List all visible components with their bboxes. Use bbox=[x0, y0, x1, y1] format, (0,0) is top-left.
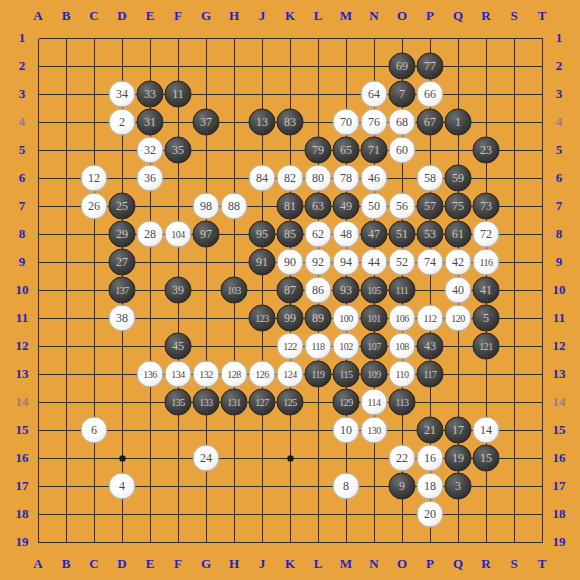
stone-black-77[interactable]: 77 bbox=[417, 53, 444, 80]
stone-white-8[interactable]: 8 bbox=[333, 473, 360, 500]
col-label-top-D: D bbox=[111, 8, 133, 24]
stone-black-71[interactable]: 71 bbox=[361, 137, 388, 164]
stone-white-20[interactable]: 20 bbox=[417, 501, 444, 528]
move-number: 6 bbox=[91, 423, 97, 438]
col-label-top-A: A bbox=[27, 8, 49, 24]
row-label-right-6: 6 bbox=[548, 170, 570, 186]
move-number: 111 bbox=[396, 285, 409, 296]
move-number: 119 bbox=[311, 369, 324, 380]
stone-black-97[interactable]: 97 bbox=[193, 221, 220, 248]
stone-white-136[interactable]: 136 bbox=[137, 361, 164, 388]
stone-black-39[interactable]: 39 bbox=[165, 277, 192, 304]
stone-white-88[interactable]: 88 bbox=[221, 193, 248, 220]
move-number: 69 bbox=[396, 59, 408, 74]
stone-white-72[interactable]: 72 bbox=[473, 221, 500, 248]
stone-black-9[interactable]: 9 bbox=[389, 473, 416, 500]
col-label-top-R: R bbox=[475, 8, 497, 24]
move-number: 28 bbox=[144, 227, 156, 242]
move-number: 114 bbox=[367, 397, 380, 408]
row-label-right-12: 12 bbox=[548, 338, 570, 354]
stone-white-126[interactable]: 126 bbox=[249, 361, 276, 388]
move-number: 95 bbox=[256, 227, 268, 242]
stone-white-44[interactable]: 44 bbox=[361, 249, 388, 276]
move-number: 123 bbox=[255, 313, 269, 324]
row-label-right-13: 13 bbox=[548, 366, 570, 382]
move-number: 5 bbox=[483, 311, 489, 326]
move-number: 25 bbox=[116, 199, 128, 214]
stone-white-64[interactable]: 64 bbox=[361, 81, 388, 108]
col-label-bottom-J: J bbox=[251, 556, 273, 572]
stone-white-76[interactable]: 76 bbox=[361, 109, 388, 136]
move-number: 4 bbox=[119, 479, 125, 494]
stone-white-106[interactable]: 106 bbox=[389, 305, 416, 332]
stone-white-46[interactable]: 46 bbox=[361, 165, 388, 192]
stone-white-84[interactable]: 84 bbox=[249, 165, 276, 192]
move-number: 57 bbox=[424, 199, 436, 214]
move-number: 41 bbox=[480, 283, 492, 298]
row-label-left-9: 9 bbox=[11, 254, 33, 270]
move-number: 82 bbox=[284, 171, 296, 186]
stone-black-19[interactable]: 19 bbox=[445, 445, 472, 472]
stone-black-111[interactable]: 111 bbox=[389, 277, 416, 304]
stone-black-75[interactable]: 75 bbox=[445, 193, 472, 220]
move-number: 77 bbox=[424, 59, 436, 74]
move-number: 127 bbox=[255, 397, 269, 408]
move-number: 65 bbox=[340, 143, 352, 158]
row-label-left-14: 14 bbox=[11, 394, 33, 410]
stone-white-50[interactable]: 50 bbox=[361, 193, 388, 220]
stone-black-57[interactable]: 57 bbox=[417, 193, 444, 220]
move-number: 137 bbox=[115, 285, 129, 296]
stone-black-5[interactable]: 5 bbox=[473, 305, 500, 332]
row-label-left-11: 11 bbox=[11, 310, 33, 326]
move-number: 117 bbox=[423, 369, 436, 380]
move-number: 129 bbox=[339, 397, 353, 408]
stone-white-16[interactable]: 16 bbox=[417, 445, 444, 472]
col-label-top-M: M bbox=[335, 8, 357, 24]
stone-white-102[interactable]: 102 bbox=[333, 333, 360, 360]
move-number: 44 bbox=[368, 255, 380, 270]
stone-black-89[interactable]: 89 bbox=[305, 305, 332, 332]
col-label-top-G: G bbox=[195, 8, 217, 24]
col-label-top-F: F bbox=[167, 8, 189, 24]
stone-white-58[interactable]: 58 bbox=[417, 165, 444, 192]
stone-black-65[interactable]: 65 bbox=[333, 137, 360, 164]
stone-black-59[interactable]: 59 bbox=[445, 165, 472, 192]
stone-white-14[interactable]: 14 bbox=[473, 417, 500, 444]
col-label-bottom-R: R bbox=[475, 556, 497, 572]
row-label-right-15: 15 bbox=[548, 422, 570, 438]
stone-black-13[interactable]: 13 bbox=[249, 109, 276, 136]
stone-white-98[interactable]: 98 bbox=[193, 193, 220, 220]
stone-black-101[interactable]: 101 bbox=[361, 305, 388, 332]
move-number: 38 bbox=[116, 311, 128, 326]
col-label-top-O: O bbox=[391, 8, 413, 24]
move-number: 63 bbox=[312, 199, 324, 214]
move-number: 72 bbox=[480, 227, 492, 242]
stone-white-82[interactable]: 82 bbox=[277, 165, 304, 192]
stone-black-103[interactable]: 103 bbox=[221, 277, 248, 304]
stone-white-116[interactable]: 116 bbox=[473, 249, 500, 276]
move-number: 47 bbox=[368, 227, 380, 242]
stone-black-107[interactable]: 107 bbox=[361, 333, 388, 360]
move-number: 101 bbox=[367, 313, 381, 324]
stone-black-11[interactable]: 11 bbox=[165, 81, 192, 108]
move-number: 73 bbox=[480, 199, 492, 214]
move-number: 16 bbox=[424, 451, 436, 466]
stone-white-2[interactable]: 2 bbox=[109, 109, 136, 136]
col-label-top-P: P bbox=[419, 8, 441, 24]
move-number: 34 bbox=[116, 87, 128, 102]
move-number: 125 bbox=[283, 397, 297, 408]
stone-black-53[interactable]: 53 bbox=[417, 221, 444, 248]
row-label-right-11: 11 bbox=[548, 310, 570, 326]
col-label-bottom-D: D bbox=[111, 556, 133, 572]
stone-black-31[interactable]: 31 bbox=[137, 109, 164, 136]
stone-black-61[interactable]: 61 bbox=[445, 221, 472, 248]
row-label-left-1: 1 bbox=[11, 30, 33, 46]
col-label-top-B: B bbox=[55, 8, 77, 24]
row-label-left-8: 8 bbox=[11, 226, 33, 242]
col-label-top-S: S bbox=[503, 8, 525, 24]
stone-black-47[interactable]: 47 bbox=[361, 221, 388, 248]
stone-white-130[interactable]: 130 bbox=[361, 417, 388, 444]
stone-black-73[interactable]: 73 bbox=[473, 193, 500, 220]
stone-white-56[interactable]: 56 bbox=[389, 193, 416, 220]
stone-black-49[interactable]: 49 bbox=[333, 193, 360, 220]
move-number: 13 bbox=[256, 115, 268, 130]
col-label-bottom-A: A bbox=[27, 556, 49, 572]
move-number: 126 bbox=[255, 369, 269, 380]
move-number: 23 bbox=[480, 143, 492, 158]
move-number: 14 bbox=[480, 423, 492, 438]
move-number: 105 bbox=[367, 285, 381, 296]
stone-black-113[interactable]: 113 bbox=[389, 389, 416, 416]
stone-black-69[interactable]: 69 bbox=[389, 53, 416, 80]
stone-white-4[interactable]: 4 bbox=[109, 473, 136, 500]
col-label-top-N: N bbox=[363, 8, 385, 24]
stone-black-129[interactable]: 129 bbox=[333, 389, 360, 416]
stone-white-28[interactable]: 28 bbox=[137, 221, 164, 248]
stone-white-132[interactable]: 132 bbox=[193, 361, 220, 388]
row-label-right-18: 18 bbox=[548, 506, 570, 522]
move-number: 121 bbox=[479, 341, 493, 352]
stone-white-66[interactable]: 66 bbox=[417, 81, 444, 108]
stone-black-37[interactable]: 37 bbox=[193, 109, 220, 136]
move-number: 36 bbox=[144, 171, 156, 186]
row-label-right-9: 9 bbox=[548, 254, 570, 270]
stone-white-6[interactable]: 6 bbox=[81, 417, 108, 444]
stone-white-38[interactable]: 38 bbox=[109, 305, 136, 332]
move-number: 21 bbox=[424, 423, 436, 438]
stone-black-121[interactable]: 121 bbox=[473, 333, 500, 360]
col-label-top-Q: Q bbox=[447, 8, 469, 24]
col-label-bottom-E: E bbox=[139, 556, 161, 572]
stone-black-29[interactable]: 29 bbox=[109, 221, 136, 248]
move-number: 48 bbox=[340, 227, 352, 242]
move-number: 88 bbox=[228, 199, 240, 214]
stone-white-18[interactable]: 18 bbox=[417, 473, 444, 500]
stone-black-33[interactable]: 33 bbox=[137, 81, 164, 108]
move-number: 124 bbox=[283, 369, 297, 380]
stone-black-79[interactable]: 79 bbox=[305, 137, 332, 164]
move-number: 102 bbox=[339, 341, 353, 352]
move-number: 136 bbox=[143, 369, 157, 380]
stone-black-81[interactable]: 81 bbox=[277, 193, 304, 220]
stone-black-27[interactable]: 27 bbox=[109, 249, 136, 276]
star-point bbox=[119, 455, 125, 461]
stone-white-70[interactable]: 70 bbox=[333, 109, 360, 136]
move-number: 120 bbox=[451, 313, 465, 324]
stone-black-85[interactable]: 85 bbox=[277, 221, 304, 248]
move-number: 85 bbox=[284, 227, 296, 242]
col-label-bottom-T: T bbox=[531, 556, 553, 572]
move-number: 71 bbox=[368, 143, 380, 158]
stone-black-91[interactable]: 91 bbox=[249, 249, 276, 276]
row-label-left-2: 2 bbox=[11, 58, 33, 74]
row-label-left-19: 19 bbox=[11, 534, 33, 550]
row-label-left-13: 13 bbox=[11, 366, 33, 382]
row-label-left-10: 10 bbox=[11, 282, 33, 298]
stone-black-3[interactable]: 3 bbox=[445, 473, 472, 500]
row-label-left-18: 18 bbox=[11, 506, 33, 522]
stone-black-115[interactable]: 115 bbox=[333, 361, 360, 388]
stone-white-40[interactable]: 40 bbox=[445, 277, 472, 304]
col-label-bottom-H: H bbox=[223, 556, 245, 572]
stone-black-93[interactable]: 93 bbox=[333, 277, 360, 304]
stone-white-52[interactable]: 52 bbox=[389, 249, 416, 276]
stone-black-135[interactable]: 135 bbox=[165, 389, 192, 416]
move-number: 86 bbox=[312, 283, 324, 298]
move-number: 45 bbox=[172, 339, 184, 354]
move-number: 134 bbox=[171, 369, 185, 380]
stone-white-104[interactable]: 104 bbox=[165, 221, 192, 248]
move-number: 61 bbox=[452, 227, 464, 242]
move-number: 18 bbox=[424, 479, 436, 494]
move-number: 128 bbox=[227, 369, 241, 380]
stone-black-15[interactable]: 15 bbox=[473, 445, 500, 472]
move-number: 1 bbox=[455, 115, 461, 130]
stone-black-99[interactable]: 99 bbox=[277, 305, 304, 332]
move-number: 9 bbox=[399, 479, 405, 494]
stone-black-7[interactable]: 7 bbox=[389, 81, 416, 108]
move-number: 66 bbox=[424, 87, 436, 102]
row-label-left-12: 12 bbox=[11, 338, 33, 354]
stone-black-25[interactable]: 25 bbox=[109, 193, 136, 220]
move-number: 17 bbox=[452, 423, 464, 438]
move-number: 11 bbox=[172, 87, 184, 102]
stone-white-80[interactable]: 80 bbox=[305, 165, 332, 192]
stone-black-41[interactable]: 41 bbox=[473, 277, 500, 304]
row-label-right-2: 2 bbox=[548, 58, 570, 74]
move-number: 43 bbox=[424, 339, 436, 354]
move-number: 113 bbox=[395, 397, 408, 408]
row-label-left-7: 7 bbox=[11, 198, 33, 214]
move-number: 49 bbox=[340, 199, 352, 214]
stone-black-117[interactable]: 117 bbox=[417, 361, 444, 388]
move-number: 104 bbox=[171, 229, 185, 240]
stone-white-94[interactable]: 94 bbox=[333, 249, 360, 276]
stone-white-90[interactable]: 90 bbox=[277, 249, 304, 276]
move-number: 35 bbox=[172, 143, 184, 158]
move-number: 42 bbox=[452, 255, 464, 270]
move-number: 74 bbox=[424, 255, 436, 270]
move-number: 64 bbox=[368, 87, 380, 102]
move-number: 131 bbox=[227, 397, 241, 408]
stone-black-35[interactable]: 35 bbox=[165, 137, 192, 164]
move-number: 115 bbox=[339, 369, 352, 380]
col-label-top-T: T bbox=[531, 8, 553, 24]
move-number: 22 bbox=[396, 451, 408, 466]
stone-white-60[interactable]: 60 bbox=[389, 137, 416, 164]
stone-white-108[interactable]: 108 bbox=[389, 333, 416, 360]
move-number: 135 bbox=[171, 397, 185, 408]
row-label-left-16: 16 bbox=[11, 450, 33, 466]
col-label-bottom-N: N bbox=[363, 556, 385, 572]
stone-black-83[interactable]: 83 bbox=[277, 109, 304, 136]
stone-white-34[interactable]: 34 bbox=[109, 81, 136, 108]
stone-white-42[interactable]: 42 bbox=[445, 249, 472, 276]
stone-white-92[interactable]: 92 bbox=[305, 249, 332, 276]
stone-white-10[interactable]: 10 bbox=[333, 417, 360, 444]
stone-white-36[interactable]: 36 bbox=[137, 165, 164, 192]
move-number: 99 bbox=[284, 311, 296, 326]
stone-black-109[interactable]: 109 bbox=[361, 361, 388, 388]
move-number: 103 bbox=[227, 285, 241, 296]
stone-white-118[interactable]: 118 bbox=[305, 333, 332, 360]
move-number: 92 bbox=[312, 255, 324, 270]
move-number: 75 bbox=[452, 199, 464, 214]
move-number: 130 bbox=[367, 425, 381, 436]
stone-black-23[interactable]: 23 bbox=[473, 137, 500, 164]
stone-black-1[interactable]: 1 bbox=[445, 109, 472, 136]
stone-white-100[interactable]: 100 bbox=[333, 305, 360, 332]
col-label-bottom-F: F bbox=[167, 556, 189, 572]
col-label-bottom-M: M bbox=[335, 556, 357, 572]
stone-black-131[interactable]: 131 bbox=[221, 389, 248, 416]
stone-white-114[interactable]: 114 bbox=[361, 389, 388, 416]
col-label-top-C: C bbox=[83, 8, 105, 24]
move-number: 87 bbox=[284, 283, 296, 298]
stone-white-24[interactable]: 24 bbox=[193, 445, 220, 472]
stone-white-32[interactable]: 32 bbox=[137, 137, 164, 164]
move-number: 78 bbox=[340, 171, 352, 186]
col-label-bottom-S: S bbox=[503, 556, 525, 572]
row-label-right-10: 10 bbox=[548, 282, 570, 298]
move-number: 80 bbox=[312, 171, 324, 186]
stone-white-12[interactable]: 12 bbox=[81, 165, 108, 192]
col-label-top-H: H bbox=[223, 8, 245, 24]
col-label-top-L: L bbox=[307, 8, 329, 24]
stone-white-26[interactable]: 26 bbox=[81, 193, 108, 220]
stone-black-123[interactable]: 123 bbox=[249, 305, 276, 332]
stone-black-137[interactable]: 137 bbox=[109, 277, 136, 304]
stone-white-78[interactable]: 78 bbox=[333, 165, 360, 192]
star-point bbox=[287, 455, 293, 461]
stone-white-124[interactable]: 124 bbox=[277, 361, 304, 388]
move-number: 24 bbox=[200, 451, 212, 466]
stone-black-87[interactable]: 87 bbox=[277, 277, 304, 304]
move-number: 76 bbox=[368, 115, 380, 130]
stone-white-62[interactable]: 62 bbox=[305, 221, 332, 248]
move-number: 60 bbox=[396, 143, 408, 158]
stone-white-128[interactable]: 128 bbox=[221, 361, 248, 388]
row-label-left-4: 4 bbox=[11, 114, 33, 130]
move-number: 93 bbox=[340, 283, 352, 298]
col-label-bottom-C: C bbox=[83, 556, 105, 572]
row-label-right-8: 8 bbox=[548, 226, 570, 242]
move-number: 50 bbox=[368, 199, 380, 214]
move-number: 33 bbox=[144, 87, 156, 102]
col-label-top-K: K bbox=[279, 8, 301, 24]
stone-white-122[interactable]: 122 bbox=[277, 333, 304, 360]
move-number: 83 bbox=[284, 115, 296, 130]
stone-black-67[interactable]: 67 bbox=[417, 109, 444, 136]
stone-white-86[interactable]: 86 bbox=[305, 277, 332, 304]
move-number: 7 bbox=[399, 87, 405, 102]
stone-black-125[interactable]: 125 bbox=[277, 389, 304, 416]
move-number: 68 bbox=[396, 115, 408, 130]
move-number: 109 bbox=[367, 369, 381, 380]
move-number: 20 bbox=[424, 507, 436, 522]
row-label-left-15: 15 bbox=[11, 422, 33, 438]
move-number: 89 bbox=[312, 311, 324, 326]
move-number: 56 bbox=[396, 199, 408, 214]
move-number: 81 bbox=[284, 199, 296, 214]
col-label-bottom-G: G bbox=[195, 556, 217, 572]
stone-black-127[interactable]: 127 bbox=[249, 389, 276, 416]
move-number: 40 bbox=[452, 283, 464, 298]
move-number: 112 bbox=[423, 313, 436, 324]
row-label-right-3: 3 bbox=[548, 86, 570, 102]
stone-black-45[interactable]: 45 bbox=[165, 333, 192, 360]
stone-black-17[interactable]: 17 bbox=[445, 417, 472, 444]
row-label-left-5: 5 bbox=[11, 142, 33, 158]
stone-black-51[interactable]: 51 bbox=[389, 221, 416, 248]
stone-black-95[interactable]: 95 bbox=[249, 221, 276, 248]
row-label-right-5: 5 bbox=[548, 142, 570, 158]
col-label-bottom-O: O bbox=[391, 556, 413, 572]
row-label-left-3: 3 bbox=[11, 86, 33, 102]
move-number: 116 bbox=[479, 257, 492, 268]
stone-white-68[interactable]: 68 bbox=[389, 109, 416, 136]
move-number: 97 bbox=[200, 227, 212, 242]
col-label-bottom-K: K bbox=[279, 556, 301, 572]
stone-black-43[interactable]: 43 bbox=[417, 333, 444, 360]
stone-white-74[interactable]: 74 bbox=[417, 249, 444, 276]
stone-black-133[interactable]: 133 bbox=[193, 389, 220, 416]
move-number: 52 bbox=[396, 255, 408, 270]
move-number: 70 bbox=[340, 115, 352, 130]
stone-black-63[interactable]: 63 bbox=[305, 193, 332, 220]
stone-white-110[interactable]: 110 bbox=[389, 361, 416, 388]
stone-white-134[interactable]: 134 bbox=[165, 361, 192, 388]
stone-black-119[interactable]: 119 bbox=[305, 361, 332, 388]
stone-black-21[interactable]: 21 bbox=[417, 417, 444, 444]
stone-white-22[interactable]: 22 bbox=[389, 445, 416, 472]
col-label-top-E: E bbox=[139, 8, 161, 24]
row-label-right-4: 4 bbox=[548, 114, 570, 130]
stone-white-112[interactable]: 112 bbox=[417, 305, 444, 332]
move-number: 67 bbox=[424, 115, 436, 130]
move-number: 46 bbox=[368, 171, 380, 186]
stone-white-48[interactable]: 48 bbox=[333, 221, 360, 248]
move-number: 106 bbox=[395, 313, 409, 324]
stone-white-120[interactable]: 120 bbox=[445, 305, 472, 332]
move-number: 110 bbox=[395, 369, 408, 380]
stone-black-105[interactable]: 105 bbox=[361, 277, 388, 304]
move-number: 107 bbox=[367, 341, 381, 352]
